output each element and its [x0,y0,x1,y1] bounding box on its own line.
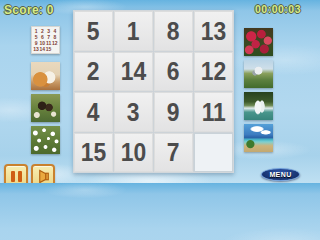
red-flowers-photo-thumbnail[interactable] [244,28,273,56]
fifteen-puzzle-screen: { "game": "15-puzzle (sliding number puz… [0,0,305,183]
speaker-icon [36,169,51,184]
score-display: Score: 0 [4,3,54,17]
tile-14[interactable]: 14 [114,52,153,92]
left-thumbnail-column: 123456789101112131415 [31,26,60,154]
beach-photo-thumbnail[interactable] [244,124,273,152]
empty-cell [194,133,233,173]
tile-10[interactable]: 10 [114,133,153,173]
tile-2[interactable]: 2 [74,52,113,92]
tile-3[interactable]: 3 [114,92,153,132]
score-value: 0 [47,3,54,17]
tile-6[interactable]: 6 [154,52,193,92]
waterfall-photo-thumbnail[interactable] [244,92,273,120]
tile-12[interactable]: 12 [194,52,233,92]
daisies-photo-thumbnail[interactable] [31,126,60,154]
tile-9[interactable]: 9 [154,92,193,132]
menu-button[interactable]: MENU [261,168,300,181]
score-label: Score: [4,3,43,17]
tile-13[interactable]: 13 [194,11,233,51]
pause-icon [11,171,22,182]
tile-5[interactable]: 5 [74,11,113,51]
tile-7[interactable]: 7 [154,133,193,173]
sound-button[interactable] [31,164,55,183]
tile-1[interactable]: 1 [114,11,153,51]
tile-4[interactable]: 4 [74,92,113,132]
tile-15[interactable]: 15 [74,133,113,173]
tile-11[interactable]: 11 [194,92,233,132]
numbers-reference-thumbnail[interactable]: 123456789101112131415 [31,26,60,54]
board: 518132146124391115107 [73,10,234,173]
cat-photo-thumbnail[interactable] [31,62,60,90]
mountain-photo-thumbnail[interactable] [244,60,273,88]
right-thumbnail-column [244,28,273,152]
butterfly-photo-thumbnail[interactable] [31,94,60,122]
timer-display: 00:00:03 [255,3,301,15]
tile-8[interactable]: 8 [154,11,193,51]
pause-button[interactable] [4,164,28,183]
mini-empty-cell [52,46,58,52]
